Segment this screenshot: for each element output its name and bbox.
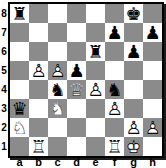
piece-black-pawn-icon: ♟ (143, 23, 162, 42)
square-b3[interactable] (29, 99, 48, 118)
rank-label-1: 1 (0, 137, 8, 156)
piece-white-pawn-icon-fill: ♟ (143, 118, 162, 137)
square-c8[interactable] (48, 4, 67, 23)
square-g1[interactable]: ♚♔ (124, 137, 143, 156)
square-d6[interactable] (67, 42, 86, 61)
piece-white-rook-icon-fill: ♜ (29, 137, 48, 156)
piece-white-rook-icon: ♖ (29, 137, 48, 156)
square-b8[interactable] (29, 4, 48, 23)
rank-labels: 87654321 (0, 4, 8, 156)
chess-board: ♜♚♟♟♜♟♟♙♟♙♟♞♛♕♟♙♞♛♞♘♟♙♞♘♟♙♟♙♜♖♜♖♚♔ (8, 2, 164, 158)
square-f7[interactable]: ♟ (105, 23, 124, 42)
file-label-d: d (67, 157, 86, 168)
piece-white-pawn-icon-fill: ♟ (105, 99, 124, 118)
piece-black-queen-icon: ♛ (10, 99, 29, 118)
file-label-f: f (105, 157, 124, 168)
rank-label-3: 3 (0, 99, 8, 118)
square-h4[interactable] (143, 80, 162, 99)
square-a5[interactable] (10, 61, 29, 80)
square-b5[interactable]: ♟♙ (29, 61, 48, 80)
piece-white-pawn-icon: ♙ (124, 118, 143, 137)
piece-black-pawn-icon: ♟ (124, 42, 143, 61)
rank-label-2: 2 (0, 118, 8, 137)
square-f2[interactable] (105, 118, 124, 137)
rank-label-7: 7 (0, 23, 8, 42)
file-label-a: a (10, 157, 29, 168)
square-b2[interactable] (29, 118, 48, 137)
square-a6[interactable] (10, 42, 29, 61)
piece-white-knight-icon: ♘ (48, 99, 67, 118)
square-c5[interactable]: ♟♙ (48, 61, 67, 80)
square-d7[interactable] (67, 23, 86, 42)
square-a3[interactable]: ♛ (10, 99, 29, 118)
square-h6[interactable] (143, 42, 162, 61)
square-b7[interactable] (29, 23, 48, 42)
piece-white-pawn-icon: ♙ (86, 80, 105, 99)
square-d5[interactable]: ♟ (67, 61, 86, 80)
square-h2[interactable]: ♟♙ (143, 118, 162, 137)
piece-black-pawn-icon: ♟ (105, 23, 124, 42)
square-d2[interactable] (67, 118, 86, 137)
square-f4[interactable]: ♞ (105, 80, 124, 99)
square-c6[interactable] (48, 42, 67, 61)
piece-black-king-icon: ♚ (124, 4, 143, 23)
piece-white-pawn-icon: ♙ (29, 61, 48, 80)
square-g8[interactable]: ♚ (124, 4, 143, 23)
square-a4[interactable] (10, 80, 29, 99)
square-e8[interactable] (86, 4, 105, 23)
square-e2[interactable] (86, 118, 105, 137)
square-f8[interactable] (105, 4, 124, 23)
file-label-g: g (124, 157, 143, 168)
piece-white-pawn-icon: ♙ (105, 99, 124, 118)
square-c1[interactable] (48, 137, 67, 156)
piece-white-king-icon: ♔ (124, 137, 143, 156)
square-e4[interactable]: ♟♙ (86, 80, 105, 99)
square-a1[interactable] (10, 137, 29, 156)
file-label-c: c (48, 157, 67, 168)
piece-white-knight-icon: ♘ (10, 118, 29, 137)
square-h5[interactable] (143, 61, 162, 80)
piece-white-knight-icon-fill: ♞ (10, 118, 29, 137)
square-c4[interactable]: ♞ (48, 80, 67, 99)
square-h8[interactable] (143, 4, 162, 23)
piece-white-queen-icon-fill: ♛ (67, 80, 86, 99)
square-a2[interactable]: ♞♘ (10, 118, 29, 137)
square-g3[interactable] (124, 99, 143, 118)
chess-diagram: 87654321 ♜♚♟♟♜♟♟♙♟♙♟♞♛♕♟♙♞♛♞♘♟♙♞♘♟♙♟♙♜♖♜… (0, 0, 166, 168)
square-f6[interactable] (105, 42, 124, 61)
piece-white-pawn-icon: ♙ (48, 61, 67, 80)
square-d8[interactable] (67, 4, 86, 23)
square-g7[interactable] (124, 23, 143, 42)
square-a8[interactable]: ♜ (10, 4, 29, 23)
square-e6[interactable]: ♜ (86, 42, 105, 61)
square-d4[interactable]: ♛♕ (67, 80, 86, 99)
piece-black-knight-icon: ♞ (105, 80, 124, 99)
piece-black-rook-icon: ♜ (10, 4, 29, 23)
square-h3[interactable] (143, 99, 162, 118)
square-a7[interactable] (10, 23, 29, 42)
rank-label-5: 5 (0, 61, 8, 80)
square-h7[interactable]: ♟ (143, 23, 162, 42)
file-label-h: h (143, 157, 162, 168)
file-label-e: e (86, 157, 105, 168)
square-d1[interactable] (67, 137, 86, 156)
piece-white-queen-icon: ♕ (67, 80, 86, 99)
square-c2[interactable] (48, 118, 67, 137)
square-e5[interactable] (86, 61, 105, 80)
square-e7[interactable] (86, 23, 105, 42)
square-g5[interactable] (124, 61, 143, 80)
rank-label-8: 8 (0, 4, 8, 23)
rank-label-6: 6 (0, 42, 8, 61)
square-h1[interactable] (143, 137, 162, 156)
square-e3[interactable] (86, 99, 105, 118)
file-label-b: b (29, 157, 48, 168)
square-g2[interactable]: ♟♙ (124, 118, 143, 137)
rank-label-4: 4 (0, 80, 8, 99)
square-f1[interactable]: ♜♖ (105, 137, 124, 156)
square-e1[interactable] (86, 137, 105, 156)
piece-white-rook-icon-fill: ♜ (105, 137, 124, 156)
square-c3[interactable]: ♞♘ (48, 99, 67, 118)
square-g6[interactable]: ♟ (124, 42, 143, 61)
piece-white-pawn-icon-fill: ♟ (29, 61, 48, 80)
file-labels: abcdefgh (10, 157, 162, 168)
square-g4[interactable] (124, 80, 143, 99)
square-b6[interactable] (29, 42, 48, 61)
piece-white-rook-icon: ♖ (105, 137, 124, 156)
piece-white-pawn-icon-fill: ♟ (124, 118, 143, 137)
square-d3[interactable] (67, 99, 86, 118)
piece-white-pawn-icon-fill: ♟ (86, 80, 105, 99)
piece-black-knight-icon: ♞ (48, 80, 67, 99)
square-c7[interactable] (48, 23, 67, 42)
piece-black-rook-icon: ♜ (86, 42, 105, 61)
square-b1[interactable]: ♜♖ (29, 137, 48, 156)
piece-white-knight-icon-fill: ♞ (48, 99, 67, 118)
piece-white-king-icon-fill: ♚ (124, 137, 143, 156)
square-f5[interactable] (105, 61, 124, 80)
square-b4[interactable] (29, 80, 48, 99)
square-f3[interactable]: ♟♙ (105, 99, 124, 118)
piece-white-pawn-icon-fill: ♟ (48, 61, 67, 80)
piece-black-pawn-icon: ♟ (67, 61, 86, 80)
piece-white-pawn-icon: ♙ (143, 118, 162, 137)
